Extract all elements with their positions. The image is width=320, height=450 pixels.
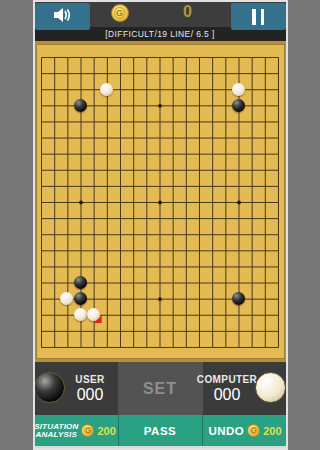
undo-button[interactable]: UNDO G 200 bbox=[202, 415, 288, 446]
white-stone-E3 bbox=[87, 308, 100, 321]
black-stone-Q4 bbox=[232, 292, 245, 305]
black-stone-D16 bbox=[74, 99, 87, 112]
sound-button[interactable] bbox=[35, 3, 90, 30]
user-score: 000 bbox=[77, 386, 104, 404]
pass-label: PASS bbox=[144, 425, 176, 437]
black-stone-D5 bbox=[74, 276, 87, 289]
score-panel: USER 000 SET COMPUTER 000 bbox=[33, 362, 288, 415]
coin-letter: G bbox=[114, 7, 125, 18]
white-stone-Q17 bbox=[232, 83, 245, 96]
situation-analysis-cost: 200 bbox=[97, 425, 115, 437]
pause-icon bbox=[252, 9, 264, 25]
coin-icon: G bbox=[247, 424, 260, 437]
game-info-text: [DIFFICULT/19 LINE/ 6.5 ] bbox=[105, 29, 215, 39]
computer-label: COMPUTER bbox=[197, 374, 257, 385]
speaker-icon bbox=[52, 6, 72, 27]
undo-cost: 200 bbox=[263, 425, 281, 437]
coin-icon: G bbox=[81, 424, 94, 437]
computer-score: 000 bbox=[214, 386, 241, 404]
coin-count: 0 bbox=[173, 3, 203, 21]
situation-analysis-label: SITUATION ANALYSIS bbox=[34, 423, 78, 439]
coin-icon: G bbox=[111, 4, 129, 22]
white-stone-F17 bbox=[100, 83, 113, 96]
go-board[interactable] bbox=[33, 41, 288, 362]
bottom-strip bbox=[33, 446, 288, 450]
user-section: USER 000 bbox=[33, 362, 118, 415]
black-stone-Q16 bbox=[232, 99, 245, 112]
white-stone-icon bbox=[255, 372, 286, 403]
computer-section: COMPUTER 000 bbox=[203, 362, 288, 415]
action-bar: SITUATION ANALYSIS G 200 PASS UNDO G 200 bbox=[33, 415, 288, 446]
user-label: USER bbox=[75, 374, 104, 385]
undo-label: UNDO bbox=[208, 425, 244, 437]
pause-button[interactable] bbox=[231, 3, 286, 30]
pass-button[interactable]: PASS bbox=[118, 415, 202, 446]
set-button[interactable]: SET bbox=[137, 379, 183, 399]
white-stone-D3 bbox=[74, 308, 87, 321]
app-screen: G 0 [DIFFICULT/19 LINE/ 6.5 ] USER 000 S… bbox=[33, 0, 288, 450]
black-stone-D4 bbox=[74, 292, 87, 305]
situation-analysis-button[interactable]: SITUATION ANALYSIS G 200 bbox=[33, 415, 118, 446]
set-section: SET bbox=[118, 362, 203, 415]
black-stone-icon bbox=[34, 372, 65, 403]
